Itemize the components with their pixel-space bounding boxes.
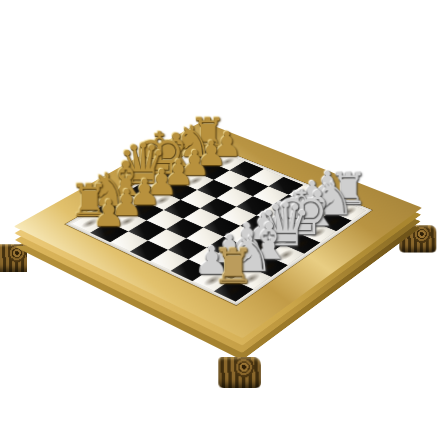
ionic-volute-foot-icon [218,357,261,388]
chess-board: ♜♞♟♝♟♚♟♛♟♝♟♞♟♟♜♟♟♜♟♟♞♟♝♟♚♟♛♟♝♟♞♜ [14,121,422,338]
silver-rook-icon: ♜ [199,243,268,291]
product-photo-chess-set: ♜♞♟♝♟♚♟♛♟♝♟♞♟♟♜♟♟♜♟♟♞♟♝♟♚♟♛♟♝♟♞♜ [0,0,440,440]
scene: ♜♞♟♝♟♚♟♛♟♝♟♞♟♟♜♟♟♜♟♟♞♟♝♟♚♟♛♟♝♟♞♜ [0,0,440,440]
gold-pawn-icon: ♟ [77,195,142,232]
